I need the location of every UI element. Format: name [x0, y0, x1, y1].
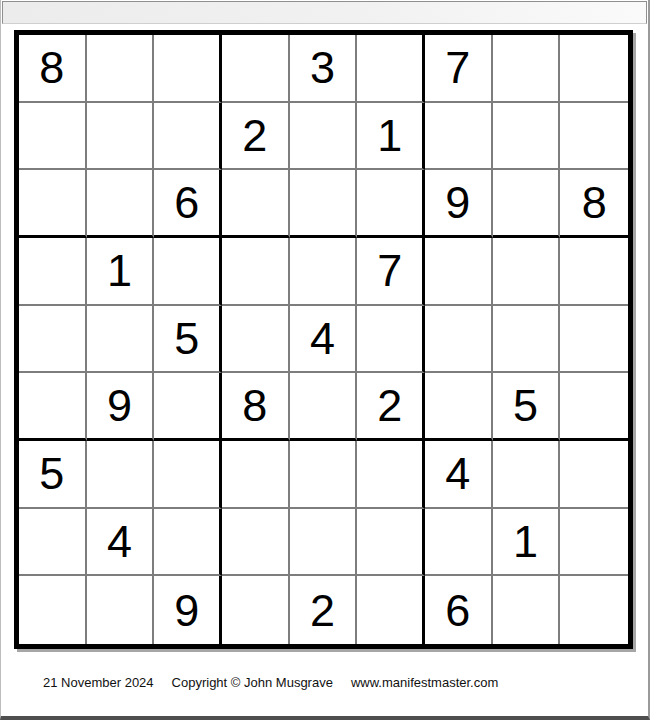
cell-r2c9[interactable] [560, 103, 628, 171]
cell-r9c3[interactable]: 9 [154, 576, 222, 644]
cell-r5c6[interactable] [357, 306, 425, 374]
cell-r8c9[interactable] [560, 509, 628, 577]
cell-r5c4[interactable] [222, 306, 290, 374]
cell-r9c5[interactable]: 2 [290, 576, 358, 644]
cell-r5c9[interactable] [560, 306, 628, 374]
cell-r8c1[interactable] [19, 509, 87, 577]
cell-r5c3[interactable]: 5 [154, 306, 222, 374]
cell-r4c3[interactable] [154, 238, 222, 306]
cell-r9c4[interactable] [222, 576, 290, 644]
cell-r1c6[interactable] [357, 35, 425, 103]
cell-r9c7[interactable]: 6 [425, 576, 493, 644]
cell-r1c9[interactable] [560, 35, 628, 103]
footer-copyright: Copyright © John Musgrave [172, 675, 333, 690]
cell-r9c6[interactable] [357, 576, 425, 644]
cell-r1c7[interactable]: 7 [425, 35, 493, 103]
cell-r3c5[interactable] [290, 170, 358, 238]
cell-r8c8[interactable]: 1 [493, 509, 561, 577]
cell-r3c8[interactable] [493, 170, 561, 238]
cell-r7c5[interactable] [290, 441, 358, 509]
cell-r3c9[interactable]: 8 [560, 170, 628, 238]
cell-r3c2[interactable] [87, 170, 155, 238]
cell-r2c2[interactable] [87, 103, 155, 171]
cell-r4c1[interactable] [19, 238, 87, 306]
cell-r4c7[interactable] [425, 238, 493, 306]
sudoku-board: 83721698175498255441926 [14, 30, 633, 649]
cell-r2c7[interactable] [425, 103, 493, 171]
puzzle-page: 83721698175498255441926 21 November 2024… [0, 0, 650, 720]
cell-r6c9[interactable] [560, 373, 628, 441]
cell-r7c7[interactable]: 4 [425, 441, 493, 509]
cell-r3c6[interactable] [357, 170, 425, 238]
cell-r1c3[interactable] [154, 35, 222, 103]
cell-r2c1[interactable] [19, 103, 87, 171]
cell-r7c8[interactable] [493, 441, 561, 509]
cell-r6c3[interactable] [154, 373, 222, 441]
cell-r2c3[interactable] [154, 103, 222, 171]
cell-r5c1[interactable] [19, 306, 87, 374]
cell-r3c1[interactable] [19, 170, 87, 238]
cell-r2c8[interactable] [493, 103, 561, 171]
cell-r6c5[interactable] [290, 373, 358, 441]
cell-r4c2[interactable]: 1 [87, 238, 155, 306]
cell-r6c6[interactable]: 2 [357, 373, 425, 441]
cell-r4c9[interactable] [560, 238, 628, 306]
cell-r4c6[interactable]: 7 [357, 238, 425, 306]
cell-r1c5[interactable]: 3 [290, 35, 358, 103]
cell-r6c8[interactable]: 5 [493, 373, 561, 441]
window-top-strip [2, 1, 647, 24]
cell-r7c3[interactable] [154, 441, 222, 509]
cell-r8c3[interactable] [154, 509, 222, 577]
cell-r8c2[interactable]: 4 [87, 509, 155, 577]
cell-r5c8[interactable] [493, 306, 561, 374]
cell-r3c4[interactable] [222, 170, 290, 238]
cell-r2c5[interactable] [290, 103, 358, 171]
footer: 21 November 2024 Copyright © John Musgra… [43, 675, 498, 690]
cell-r8c6[interactable] [357, 509, 425, 577]
cell-r6c1[interactable] [19, 373, 87, 441]
cell-r5c2[interactable] [87, 306, 155, 374]
cell-r9c8[interactable] [493, 576, 561, 644]
cell-r1c2[interactable] [87, 35, 155, 103]
cell-r7c4[interactable] [222, 441, 290, 509]
cell-r9c9[interactable] [560, 576, 628, 644]
cell-r8c7[interactable] [425, 509, 493, 577]
cell-r7c1[interactable]: 5 [19, 441, 87, 509]
cell-r7c9[interactable] [560, 441, 628, 509]
cell-r7c6[interactable] [357, 441, 425, 509]
footer-website: www.manifestmaster.com [351, 675, 498, 690]
cell-r1c8[interactable] [493, 35, 561, 103]
cell-r8c5[interactable] [290, 509, 358, 577]
footer-date: 21 November 2024 [43, 675, 154, 690]
cell-r1c1[interactable]: 8 [19, 35, 87, 103]
cell-r6c7[interactable] [425, 373, 493, 441]
cell-r5c7[interactable] [425, 306, 493, 374]
cell-r2c4[interactable]: 2 [222, 103, 290, 171]
cell-r4c4[interactable] [222, 238, 290, 306]
cell-r6c2[interactable]: 9 [87, 373, 155, 441]
cell-r3c3[interactable]: 6 [154, 170, 222, 238]
cell-r7c2[interactable] [87, 441, 155, 509]
cell-r2c6[interactable]: 1 [357, 103, 425, 171]
cell-r4c5[interactable] [290, 238, 358, 306]
cell-r9c2[interactable] [87, 576, 155, 644]
cell-r8c4[interactable] [222, 509, 290, 577]
cell-r4c8[interactable] [493, 238, 561, 306]
cell-r3c7[interactable]: 9 [425, 170, 493, 238]
cell-r6c4[interactable]: 8 [222, 373, 290, 441]
cell-r5c5[interactable]: 4 [290, 306, 358, 374]
cell-r1c4[interactable] [222, 35, 290, 103]
cell-r9c1[interactable] [19, 576, 87, 644]
